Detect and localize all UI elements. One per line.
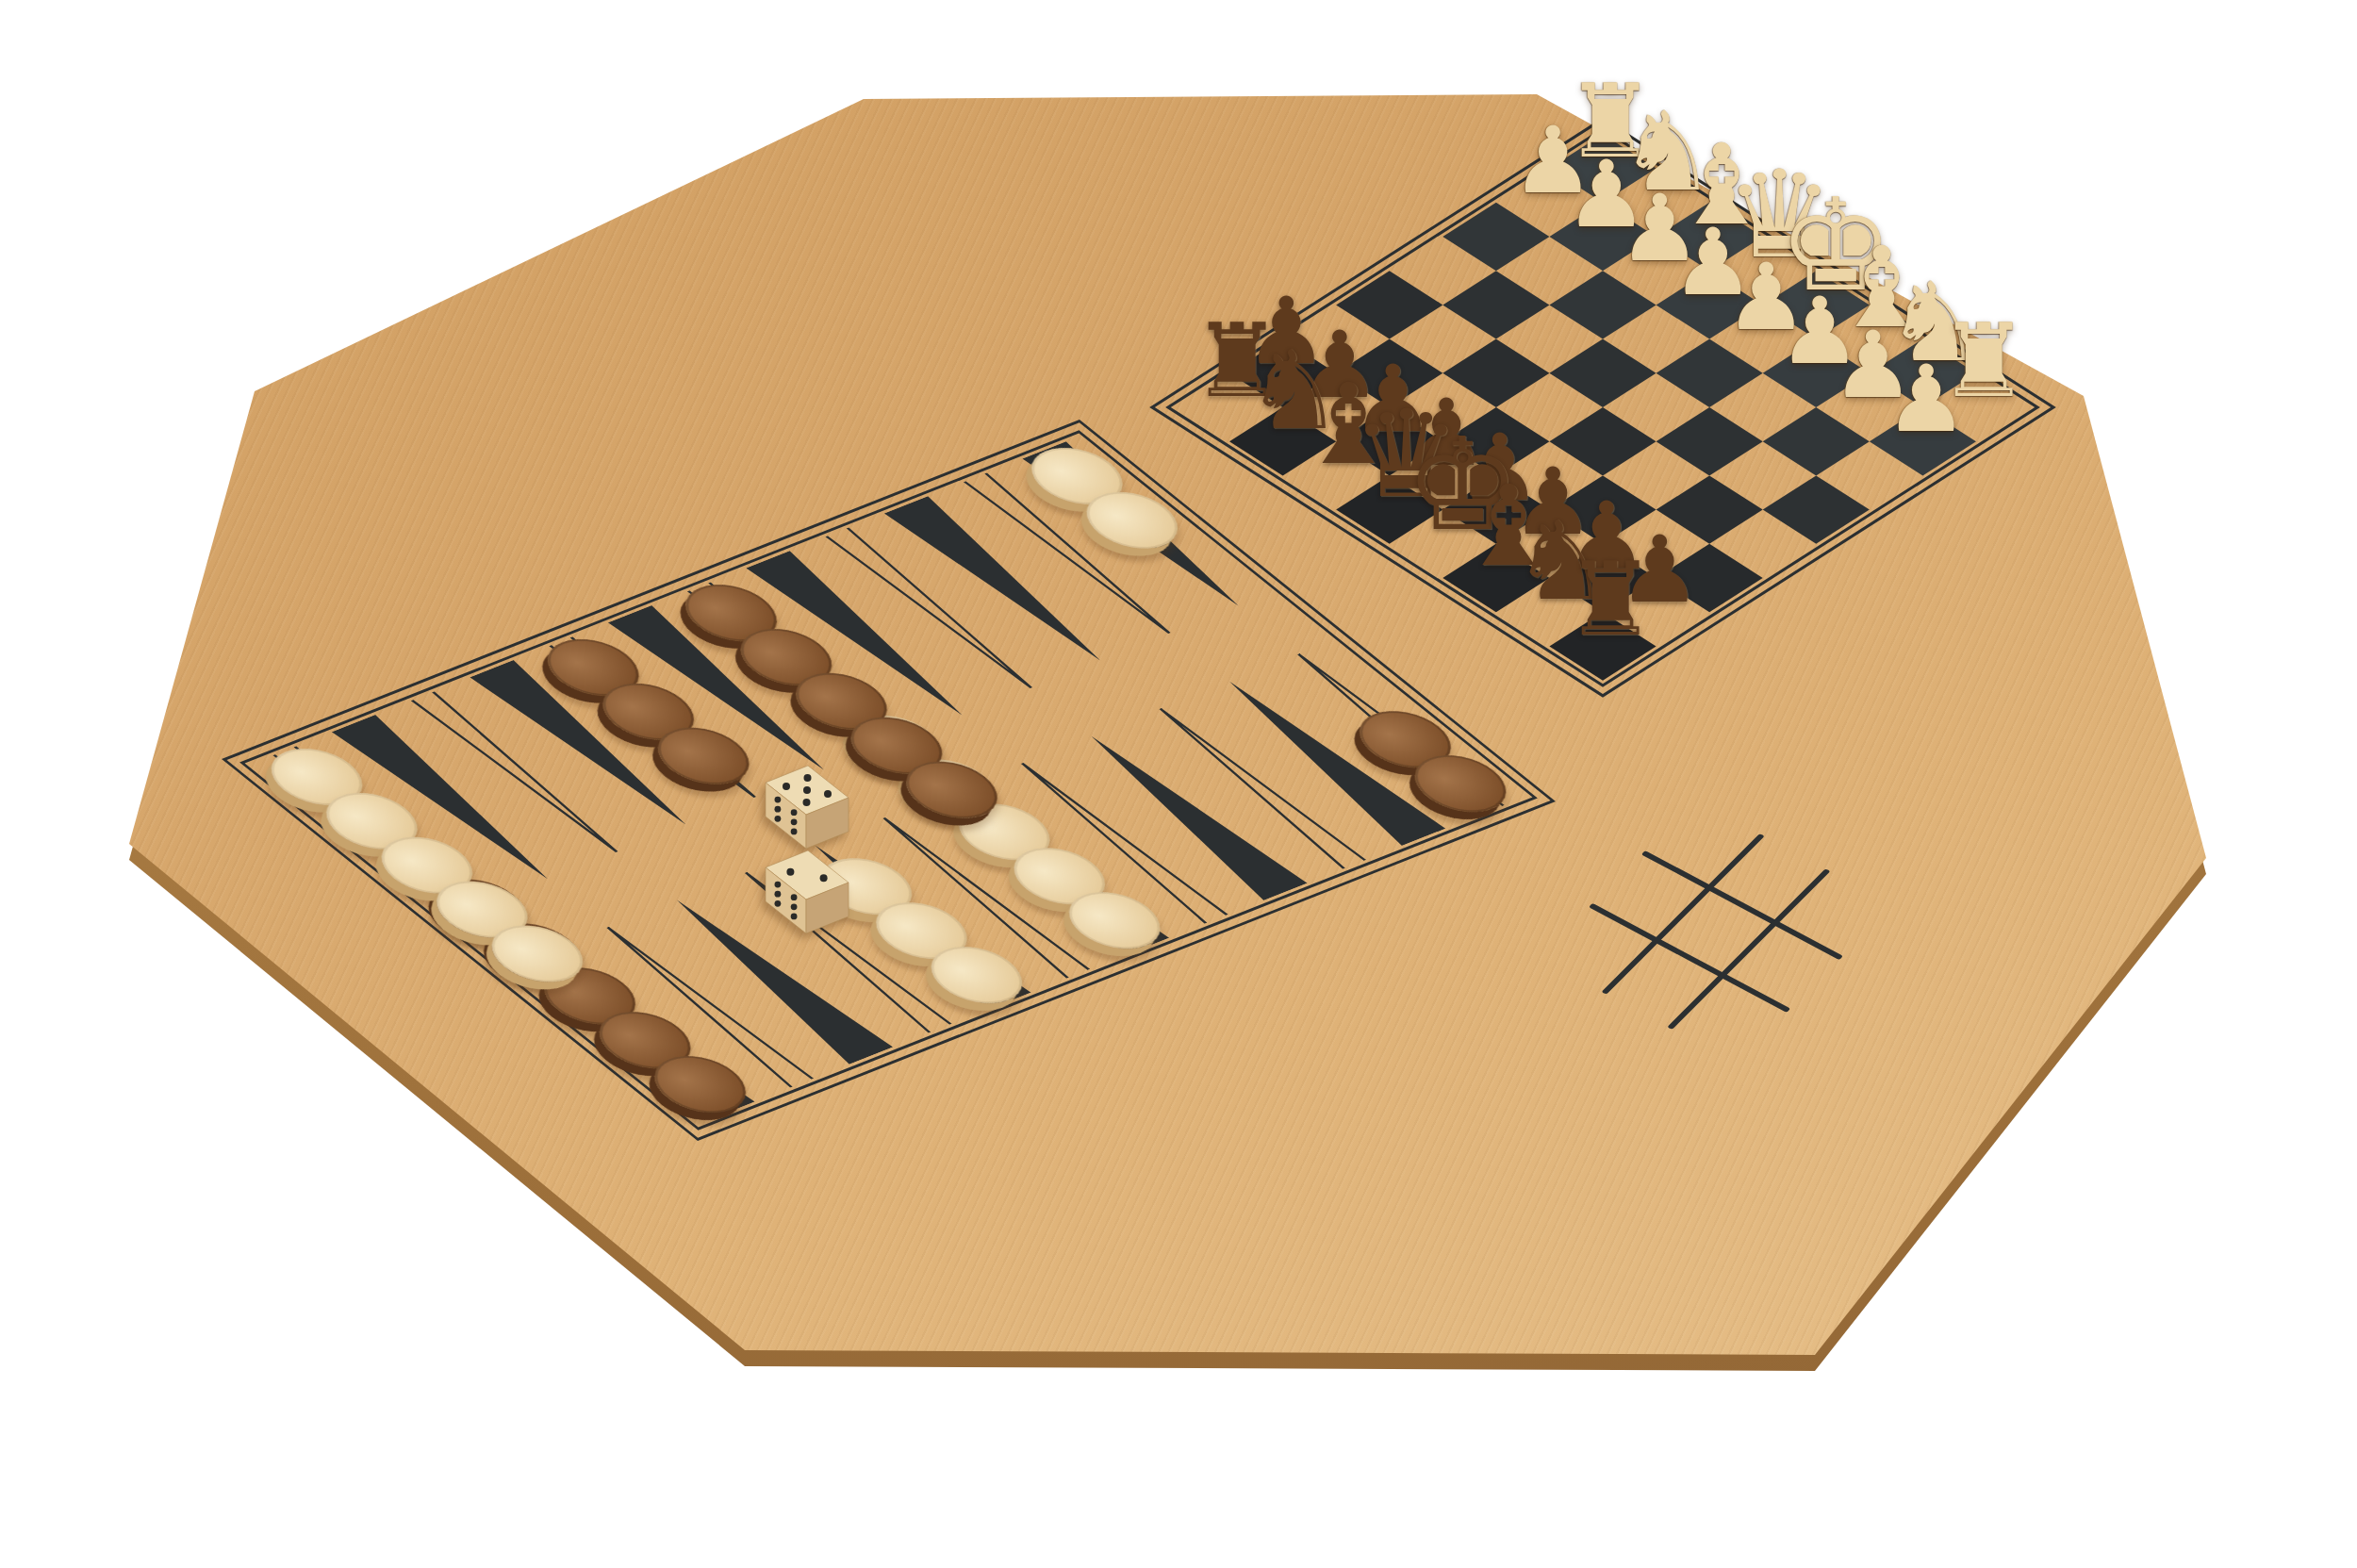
die-pip [791,903,798,910]
die-pip [791,818,798,825]
die-pip [775,806,782,813]
die-pip [775,891,782,898]
tictactoe-line [1589,903,1790,1013]
die-pip [804,774,812,782]
tictactoe-line [1641,850,1843,960]
brown-rook[interactable]: ♜ [1565,553,1640,646]
die-pip [775,797,782,803]
die-pip [791,828,798,834]
die-pip [783,783,790,790]
die-pip [803,786,811,794]
white-pawn[interactable]: ♟ [1885,356,1960,441]
die-pip [824,790,832,798]
photo-stage: ♜♞♝♛♚♝♞♜♟♟♟♟♟♟♟♟♟♟♟♟♟♟♟♟♜♞♝♛♚♝♞♜ [0,0,2357,1568]
die-pip [820,874,828,882]
die-pip [775,816,782,822]
die-pip [791,913,798,919]
die-pip [791,809,798,816]
die-pip [775,900,782,907]
die-pip [803,799,811,806]
die[interactable] [760,837,854,943]
die-pip [791,894,798,900]
die-pip [786,868,794,876]
die-pip [775,882,782,888]
